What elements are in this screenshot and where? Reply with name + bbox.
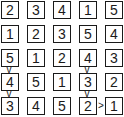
cell-r1c1[interactable]: 2 — [1, 1, 19, 19]
cell-r5c2[interactable]: 4 — [27, 97, 45, 115]
futoshiki-page: 2341512354512434513234521vvvv> — [0, 0, 124, 117]
cell-r4c2[interactable]: 5 — [27, 73, 45, 91]
cell-r3c3[interactable]: 2 — [53, 49, 71, 67]
greater-than-down-icon: v — [0, 91, 18, 97]
cell-r2c5[interactable]: 4 — [105, 25, 123, 43]
cell-r1c5[interactable]: 5 — [105, 1, 123, 19]
cell-r5c1[interactable]: 3 — [1, 97, 19, 115]
cell-r2c4[interactable]: 5 — [79, 25, 97, 43]
greater-than-icon: > — [97, 97, 105, 115]
cell-r4c3[interactable]: 1 — [53, 73, 71, 91]
cell-r1c4[interactable]: 1 — [79, 1, 97, 19]
cell-r5c5[interactable]: 1 — [105, 97, 123, 115]
cell-r5c3[interactable]: 5 — [53, 97, 71, 115]
greater-than-down-icon: v — [78, 91, 96, 97]
futoshiki-board: 2341512354512434513234521vvvv> — [1, 1, 123, 115]
cell-r1c2[interactable]: 3 — [27, 1, 45, 19]
cell-r2c3[interactable]: 3 — [53, 25, 71, 43]
cell-r5c4[interactable]: 2 — [79, 97, 97, 115]
greater-than-down-icon: v — [0, 67, 18, 73]
greater-than-down-icon: v — [78, 67, 96, 73]
cell-r1c3[interactable]: 4 — [53, 1, 71, 19]
cell-r2c2[interactable]: 2 — [27, 25, 45, 43]
cell-r3c5[interactable]: 3 — [105, 49, 123, 67]
cell-r4c5[interactable]: 2 — [105, 73, 123, 91]
cell-r2c1[interactable]: 1 — [1, 25, 19, 43]
cell-r3c2[interactable]: 1 — [27, 49, 45, 67]
